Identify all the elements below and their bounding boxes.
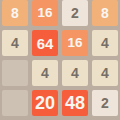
tile-4: 4 bbox=[32, 60, 58, 86]
tile-8: 8 bbox=[92, 0, 118, 26]
cell-empty bbox=[2, 90, 28, 116]
tile-16: 16 bbox=[32, 0, 58, 26]
cell-empty bbox=[2, 60, 28, 86]
tile-4: 4 bbox=[92, 30, 118, 56]
game-2048-board[interactable]: 8162846416444420482 bbox=[0, 0, 120, 120]
tile-2: 2 bbox=[92, 90, 118, 116]
tile-48: 48 bbox=[62, 90, 88, 116]
tile-20: 20 bbox=[32, 90, 58, 116]
tile-4: 4 bbox=[92, 60, 118, 86]
board-grid[interactable]: 8162846416444420482 bbox=[0, 0, 120, 120]
tile-8: 8 bbox=[2, 0, 28, 26]
tile-4: 4 bbox=[62, 60, 88, 86]
tile-64: 64 bbox=[32, 30, 58, 56]
tile-16: 16 bbox=[62, 30, 88, 56]
tile-4: 4 bbox=[2, 30, 28, 56]
tile-2: 2 bbox=[62, 0, 88, 26]
